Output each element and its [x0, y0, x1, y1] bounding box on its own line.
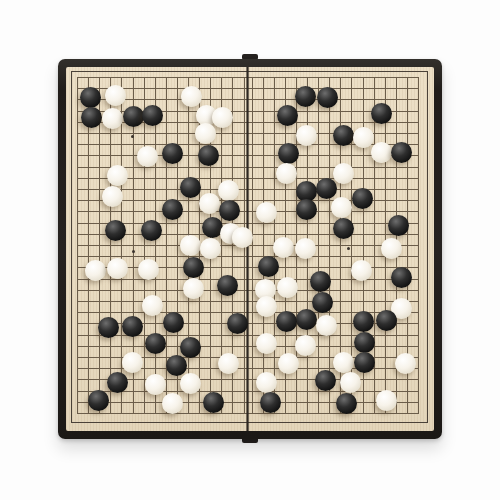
black-stone[interactable] [198, 145, 219, 166]
white-stone[interactable] [145, 374, 166, 395]
black-stone[interactable] [388, 215, 409, 236]
white-stone[interactable] [212, 107, 233, 128]
product-photo-stage [0, 0, 500, 500]
white-stone[interactable] [277, 277, 298, 298]
white-stone[interactable] [295, 238, 316, 259]
black-stone[interactable] [312, 292, 333, 313]
black-stone[interactable] [122, 316, 143, 337]
black-stone[interactable] [277, 105, 298, 126]
white-stone[interactable] [371, 142, 392, 163]
white-stone[interactable] [256, 333, 277, 354]
white-stone[interactable] [162, 393, 183, 414]
black-stone[interactable] [352, 188, 373, 209]
board-fold-line [246, 67, 249, 431]
black-stone[interactable] [391, 142, 412, 163]
black-stone[interactable] [180, 177, 201, 198]
white-stone[interactable] [296, 125, 317, 146]
black-stone[interactable] [88, 390, 109, 411]
star-point [131, 135, 134, 138]
white-stone[interactable] [107, 258, 128, 279]
white-stone[interactable] [142, 295, 163, 316]
black-stone[interactable] [391, 267, 412, 288]
white-stone[interactable] [376, 390, 397, 411]
white-stone[interactable] [195, 123, 216, 144]
white-stone[interactable] [351, 260, 372, 281]
white-stone[interactable] [105, 85, 126, 106]
black-stone[interactable] [162, 143, 183, 164]
white-stone[interactable] [107, 165, 128, 186]
black-stone[interactable] [183, 257, 204, 278]
black-stone[interactable] [276, 311, 297, 332]
white-stone[interactable] [331, 197, 352, 218]
white-stone[interactable] [256, 202, 277, 223]
black-stone[interactable] [295, 86, 316, 107]
black-stone[interactable] [310, 271, 331, 292]
white-stone[interactable] [180, 373, 201, 394]
white-stone[interactable] [200, 238, 221, 259]
white-stone[interactable] [218, 180, 239, 201]
star-point [132, 250, 135, 253]
black-stone[interactable] [162, 199, 183, 220]
white-stone[interactable] [353, 127, 374, 148]
black-stone[interactable] [317, 87, 338, 108]
black-stone[interactable] [278, 143, 299, 164]
black-stone[interactable] [217, 275, 238, 296]
white-stone[interactable] [333, 352, 354, 373]
black-stone[interactable] [123, 106, 144, 127]
black-stone[interactable] [258, 256, 279, 277]
white-stone[interactable] [256, 372, 277, 393]
black-stone[interactable] [142, 105, 163, 126]
black-stone[interactable] [98, 317, 119, 338]
white-stone[interactable] [122, 352, 143, 373]
black-stone[interactable] [333, 218, 354, 239]
white-stone[interactable] [180, 235, 201, 256]
white-stone[interactable] [316, 315, 337, 336]
black-stone[interactable] [81, 107, 102, 128]
black-stone[interactable] [163, 312, 184, 333]
white-stone[interactable] [138, 259, 159, 280]
black-stone[interactable] [141, 220, 162, 241]
white-stone[interactable] [278, 353, 299, 374]
white-stone[interactable] [395, 353, 416, 374]
white-stone[interactable] [256, 296, 277, 317]
black-stone[interactable] [336, 393, 357, 414]
black-stone[interactable] [354, 332, 375, 353]
white-stone[interactable] [333, 163, 354, 184]
black-stone[interactable] [354, 352, 375, 373]
black-stone[interactable] [260, 392, 281, 413]
black-stone[interactable] [296, 309, 317, 330]
black-stone[interactable] [145, 333, 166, 354]
white-stone[interactable] [295, 335, 316, 356]
black-stone[interactable] [333, 125, 354, 146]
black-stone[interactable] [353, 311, 374, 332]
white-stone[interactable] [232, 227, 253, 248]
black-stone[interactable] [203, 392, 224, 413]
black-stone[interactable] [371, 103, 392, 124]
white-stone[interactable] [183, 278, 204, 299]
black-stone[interactable] [105, 220, 126, 241]
white-stone[interactable] [102, 108, 123, 129]
white-stone[interactable] [276, 163, 297, 184]
star-point [347, 247, 350, 250]
black-stone[interactable] [180, 337, 201, 358]
white-stone[interactable] [381, 238, 402, 259]
white-stone[interactable] [85, 260, 106, 281]
black-stone[interactable] [315, 370, 336, 391]
white-stone[interactable] [181, 86, 202, 107]
black-stone[interactable] [376, 310, 397, 331]
white-stone[interactable] [218, 353, 239, 374]
white-stone[interactable] [102, 186, 123, 207]
black-stone[interactable] [227, 313, 248, 334]
white-stone[interactable] [199, 193, 220, 214]
white-stone[interactable] [340, 372, 361, 393]
black-stone[interactable] [296, 199, 317, 220]
white-stone[interactable] [273, 237, 294, 258]
black-stone[interactable] [316, 178, 337, 199]
black-stone[interactable] [166, 355, 187, 376]
black-stone[interactable] [219, 200, 240, 221]
black-stone[interactable] [80, 87, 101, 108]
black-stone[interactable] [107, 372, 128, 393]
white-stone[interactable] [137, 146, 158, 167]
